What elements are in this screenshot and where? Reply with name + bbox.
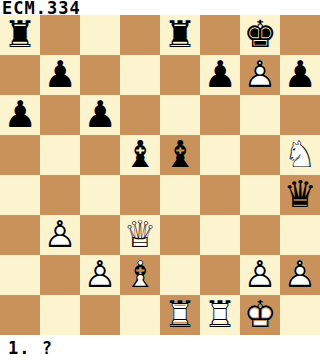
- piece-white-rook: ♖: [200, 295, 240, 335]
- square-e6[interactable]: [160, 95, 200, 135]
- square-a3[interactable]: [0, 215, 40, 255]
- piece-black-rook: ♜: [160, 15, 200, 55]
- piece-black-pawn: ♟: [280, 55, 320, 95]
- piece-white-rook: ♖: [160, 295, 200, 335]
- square-c7[interactable]: [80, 55, 120, 95]
- piece-white-pawn: ♙: [40, 215, 80, 255]
- square-h7[interactable]: ♟: [280, 55, 320, 95]
- square-b1[interactable]: [40, 295, 80, 335]
- square-g2[interactable]: ♟♙: [240, 255, 280, 295]
- square-e5[interactable]: ♝: [160, 135, 200, 175]
- square-f3[interactable]: [200, 215, 240, 255]
- square-f2[interactable]: [200, 255, 240, 295]
- square-h5[interactable]: ♞♘: [280, 135, 320, 175]
- square-b4[interactable]: [40, 175, 80, 215]
- piece-black-pawn: ♟: [0, 95, 40, 135]
- square-e2[interactable]: [160, 255, 200, 295]
- square-d3[interactable]: ♛♕: [120, 215, 160, 255]
- square-d2[interactable]: ♝♗: [120, 255, 160, 295]
- square-d1[interactable]: [120, 295, 160, 335]
- square-c4[interactable]: [80, 175, 120, 215]
- square-b8[interactable]: [40, 15, 80, 55]
- square-e3[interactable]: [160, 215, 200, 255]
- square-d4[interactable]: [120, 175, 160, 215]
- square-b7[interactable]: ♟: [40, 55, 80, 95]
- square-b5[interactable]: [40, 135, 80, 175]
- piece-black-bishop: ♝: [160, 135, 200, 175]
- piece-black-pawn: ♟: [80, 95, 120, 135]
- piece-white-pawn: ♙: [80, 255, 120, 295]
- square-f5[interactable]: [200, 135, 240, 175]
- square-h4[interactable]: ♛: [280, 175, 320, 215]
- piece-black-bishop: ♝: [120, 135, 160, 175]
- square-c1[interactable]: [80, 295, 120, 335]
- square-h2[interactable]: ♟♙: [280, 255, 320, 295]
- square-f1[interactable]: ♜♖: [200, 295, 240, 335]
- square-a2[interactable]: [0, 255, 40, 295]
- square-c8[interactable]: [80, 15, 120, 55]
- square-h6[interactable]: [280, 95, 320, 135]
- square-b2[interactable]: [40, 255, 80, 295]
- square-h1[interactable]: [280, 295, 320, 335]
- piece-white-pawn: ♙: [240, 55, 280, 95]
- square-c5[interactable]: [80, 135, 120, 175]
- square-d5[interactable]: ♝: [120, 135, 160, 175]
- move-prompt: 1. ?: [8, 341, 53, 356]
- chess-diagram: ECM.334 ♜♜♚♟♟♟♙♟♟♟♝♝♞♘♛♟♙♛♕♟♙♝♗♟♙♟♙♜♖♜♖♚…: [0, 0, 320, 360]
- chess-board: ♜♜♚♟♟♟♙♟♟♟♝♝♞♘♛♟♙♛♕♟♙♝♗♟♙♟♙♜♖♜♖♚♔: [0, 15, 320, 335]
- square-c2[interactable]: ♟♙: [80, 255, 120, 295]
- piece-white-pawn: ♙: [280, 255, 320, 295]
- square-g5[interactable]: [240, 135, 280, 175]
- square-a5[interactable]: [0, 135, 40, 175]
- piece-white-bishop: ♗: [120, 255, 160, 295]
- square-c6[interactable]: ♟: [80, 95, 120, 135]
- square-h3[interactable]: [280, 215, 320, 255]
- piece-white-pawn: ♙: [240, 255, 280, 295]
- square-c3[interactable]: [80, 215, 120, 255]
- square-e8[interactable]: ♜: [160, 15, 200, 55]
- piece-black-king: ♚: [240, 15, 280, 55]
- square-f7[interactable]: ♟: [200, 55, 240, 95]
- square-d8[interactable]: [120, 15, 160, 55]
- square-b3[interactable]: ♟♙: [40, 215, 80, 255]
- square-f4[interactable]: [200, 175, 240, 215]
- square-a7[interactable]: [0, 55, 40, 95]
- square-e1[interactable]: ♜♖: [160, 295, 200, 335]
- square-d7[interactable]: [120, 55, 160, 95]
- square-b6[interactable]: [40, 95, 80, 135]
- piece-black-queen: ♛: [280, 175, 320, 215]
- piece-white-king: ♔: [240, 295, 280, 335]
- square-a6[interactable]: ♟: [0, 95, 40, 135]
- square-a8[interactable]: ♜: [0, 15, 40, 55]
- square-f6[interactable]: [200, 95, 240, 135]
- square-g3[interactable]: [240, 215, 280, 255]
- piece-black-rook: ♜: [0, 15, 40, 55]
- square-e4[interactable]: [160, 175, 200, 215]
- piece-black-pawn: ♟: [200, 55, 240, 95]
- piece-white-queen: ♕: [120, 215, 160, 255]
- piece-white-knight: ♘: [280, 135, 320, 175]
- square-g4[interactable]: [240, 175, 280, 215]
- square-e7[interactable]: [160, 55, 200, 95]
- square-a4[interactable]: [0, 175, 40, 215]
- square-g7[interactable]: ♟♙: [240, 55, 280, 95]
- square-g8[interactable]: ♚: [240, 15, 280, 55]
- piece-black-pawn: ♟: [40, 55, 80, 95]
- square-f8[interactable]: [200, 15, 240, 55]
- square-g6[interactable]: [240, 95, 280, 135]
- square-g1[interactable]: ♚♔: [240, 295, 280, 335]
- square-h8[interactable]: [280, 15, 320, 55]
- square-a1[interactable]: [0, 295, 40, 335]
- square-d6[interactable]: [120, 95, 160, 135]
